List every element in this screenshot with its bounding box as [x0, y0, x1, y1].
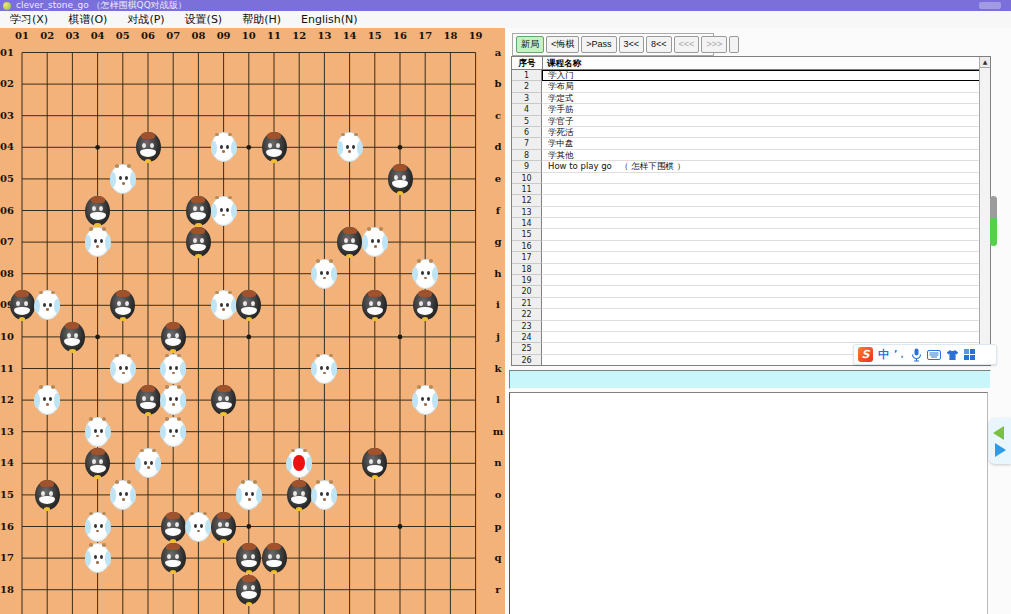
toolbar-button-新局[interactable]: 新局: [516, 36, 544, 53]
white-stone[interactable]: [161, 354, 186, 384]
app-window: clever_stone_go （怎样围棋QQ对战版） 学习(X)棋谱(O)对战…: [0, 0, 1011, 614]
course-row[interactable]: 20: [512, 286, 990, 297]
white-stone[interactable]: [211, 196, 236, 226]
course-row-name: 学入门: [542, 70, 990, 81]
course-row-number: 11: [512, 184, 542, 195]
toolbar-button-<<<[interactable]: <<<: [674, 36, 700, 53]
white-stone[interactable]: [413, 259, 438, 289]
black-stone[interactable]: [362, 448, 387, 478]
course-row[interactable]: 23: [512, 321, 990, 332]
white-stone[interactable]: [85, 543, 110, 573]
white-stone[interactable]: [413, 385, 438, 415]
white-stone[interactable]: [287, 448, 312, 478]
toolbar-button-8<<[interactable]: 8<<: [646, 36, 672, 53]
course-row-name: [542, 184, 990, 195]
course-row-number: 18: [512, 264, 542, 275]
course-row-name: 学手筋: [542, 104, 990, 115]
black-stone[interactable]: [136, 385, 161, 415]
window-title: clever_stone_go （怎样围棋QQ对战版）: [16, 0, 187, 11]
black-stone[interactable]: [110, 290, 135, 320]
menu-bar: 学习(X)棋谱(O)对战(P)设置(S)帮助(H)English(N): [0, 11, 1011, 28]
course-row-number: 4: [512, 104, 542, 115]
course-row-number: 6: [512, 127, 542, 138]
course-row-number: 12: [512, 195, 542, 206]
sogou-logo[interactable]: S: [858, 347, 873, 362]
mini-scrollbar[interactable]: [990, 196, 997, 246]
black-stone[interactable]: [262, 543, 287, 573]
course-row-name: 学其他: [542, 150, 990, 161]
course-row[interactable]: 4学手筋: [512, 104, 990, 115]
course-row-number: 1: [512, 70, 542, 81]
white-stone[interactable]: [312, 354, 337, 384]
course-row-number: 20: [512, 286, 542, 297]
white-stone[interactable]: [312, 480, 337, 510]
right-panel: 新局<悔棋>Pass3<<8<<<<<>>> 序号 课程名称 1学入门2学布局3…: [505, 28, 1011, 614]
black-stone[interactable]: [236, 575, 261, 605]
black-stone[interactable]: [186, 196, 211, 226]
white-stone[interactable]: [236, 480, 261, 510]
black-stone[interactable]: [161, 543, 186, 573]
white-stone[interactable]: [85, 227, 110, 257]
black-stone[interactable]: [136, 132, 161, 162]
course-row-name: [542, 207, 990, 218]
course-row[interactable]: 21: [512, 298, 990, 309]
course-row-name: [542, 229, 990, 240]
course-row-name: [542, 173, 990, 184]
skin-icon[interactable]: [946, 349, 959, 361]
white-stone[interactable]: [35, 290, 60, 320]
arrow-right-icon: [995, 443, 1006, 457]
title-bar: clever_stone_go （怎样围棋QQ对战版）: [0, 0, 1011, 11]
menu-item[interactable]: 棋谱(O): [58, 11, 117, 28]
message-area[interactable]: [509, 392, 988, 614]
black-stone[interactable]: [211, 385, 236, 415]
course-row-number: 23: [512, 321, 542, 332]
course-row[interactable]: 9How to play go （ 怎样下围棋 ）: [512, 161, 990, 172]
course-row-name: [542, 241, 990, 252]
course-row-name: [542, 332, 990, 343]
course-row-number: 7: [512, 138, 542, 149]
course-row-number: 10: [512, 173, 542, 184]
course-row-name: [542, 286, 990, 297]
white-stone[interactable]: [85, 417, 110, 447]
course-row[interactable]: 13: [512, 207, 990, 218]
course-row-name: 学中盘: [542, 138, 990, 149]
course-row-number: 17: [512, 252, 542, 263]
course-row[interactable]: 12: [512, 195, 990, 206]
course-row[interactable]: 7学中盘: [512, 138, 990, 149]
black-stone[interactable]: [60, 322, 85, 352]
course-row[interactable]: 16: [512, 241, 990, 252]
course-row-number: 19: [512, 275, 542, 286]
toolbar-button-3<<[interactable]: 3<<: [619, 36, 645, 53]
white-stone[interactable]: [337, 132, 362, 162]
course-row-number: 15: [512, 229, 542, 240]
course-row[interactable]: 19: [512, 275, 990, 286]
black-stone[interactable]: [262, 132, 287, 162]
course-row-name: [542, 309, 990, 320]
course-row[interactable]: 17: [512, 252, 990, 263]
course-row[interactable]: 1学入门: [512, 70, 990, 81]
course-row[interactable]: 11: [512, 184, 990, 195]
white-stone[interactable]: [186, 512, 211, 542]
course-row[interactable]: 24: [512, 332, 990, 343]
course-row-name: 学死活: [542, 127, 990, 138]
black-stone[interactable]: [362, 290, 387, 320]
black-stone[interactable]: [161, 512, 186, 542]
microphone-icon[interactable]: [911, 348, 922, 362]
menu-item[interactable]: 设置(S): [175, 11, 233, 28]
screen-edge-widget[interactable]: [989, 418, 1011, 464]
white-stone[interactable]: [110, 480, 135, 510]
course-row[interactable]: 15: [512, 229, 990, 240]
white-stone[interactable]: [85, 512, 110, 542]
menu-item[interactable]: 学习(X): [0, 11, 58, 28]
course-row-number: 22: [512, 309, 542, 320]
sogou-ime-toolbar: S 中 ’，: [853, 344, 997, 365]
course-row-name: 学布局: [542, 81, 990, 92]
course-row-name: [542, 275, 990, 286]
black-stone[interactable]: [85, 448, 110, 478]
course-table-scrollbar[interactable]: ▲ ▼: [979, 57, 990, 365]
course-row[interactable]: 5学官子: [512, 116, 990, 127]
white-stone[interactable]: [362, 227, 387, 257]
white-stone[interactable]: [312, 259, 337, 289]
course-row-name: [542, 252, 990, 263]
course-table: 序号 课程名称 1学入门2学布局3学定式4学手筋5学官子6学死活7学中盘8学其他…: [511, 56, 991, 366]
black-stone[interactable]: [287, 480, 312, 510]
toolbar-button->>>[interactable]: >>>: [701, 36, 727, 53]
input-strip[interactable]: [509, 370, 991, 389]
black-stone[interactable]: [211, 512, 236, 542]
black-stone[interactable]: [35, 480, 60, 510]
course-row-name: [542, 218, 990, 229]
menu-item[interactable]: 帮助(H): [232, 11, 291, 28]
course-row[interactable]: 14: [512, 218, 990, 229]
course-row[interactable]: 6学死活: [512, 127, 990, 138]
game-toolbar: 新局<悔棋>Pass3<<8<<<<<>>>: [512, 33, 714, 56]
app-icon: [3, 2, 11, 10]
expand-left-icon: [993, 426, 1004, 440]
course-row-number: 16: [512, 241, 542, 252]
course-row-number: 5: [512, 116, 542, 127]
toolbar-button-<悔棋[interactable]: <悔棋: [546, 36, 579, 53]
course-row-number: 24: [512, 332, 542, 343]
course-row-number: 9: [512, 161, 542, 172]
white-stone[interactable]: [35, 385, 60, 415]
course-table-header: 序号 课程名称: [512, 57, 990, 70]
white-stone[interactable]: [161, 417, 186, 447]
course-row-number: 21: [512, 298, 542, 309]
col-header-name: 课程名称: [543, 57, 990, 69]
white-stone[interactable]: [161, 385, 186, 415]
course-row-number: 8: [512, 150, 542, 161]
black-stone[interactable]: [186, 227, 211, 257]
menu-item[interactable]: 对战(P): [117, 11, 174, 28]
black-stone[interactable]: [85, 196, 110, 226]
course-row-name: [542, 321, 990, 332]
course-row-number: 2: [512, 81, 542, 92]
course-row-number: 3: [512, 93, 542, 104]
black-stone[interactable]: [236, 543, 261, 573]
course-row-number: 26: [512, 355, 542, 366]
white-stone[interactable]: [110, 164, 135, 194]
white-stone[interactable]: [211, 290, 236, 320]
soft-keyboard-icon[interactable]: [927, 350, 941, 360]
course-row[interactable]: 10: [512, 173, 990, 184]
menu-item[interactable]: English(N): [291, 11, 368, 28]
menu-grid-icon[interactable]: [964, 349, 975, 360]
black-stone[interactable]: [10, 290, 35, 320]
white-stone[interactable]: [211, 132, 236, 162]
black-stone[interactable]: [337, 227, 362, 257]
course-row-name: [542, 298, 990, 309]
course-row-name: 学定式: [542, 93, 990, 104]
go-board[interactable]: 0102030405060708091011121314151617181901…: [0, 28, 505, 614]
black-stone[interactable]: [388, 164, 413, 194]
blank-button[interactable]: [729, 36, 739, 53]
course-row-number: 14: [512, 218, 542, 229]
chinese-mode-indicator[interactable]: 中: [878, 347, 889, 362]
course-row[interactable]: 2学布局: [512, 81, 990, 92]
window-controls[interactable]: [979, 2, 1001, 9]
course-row[interactable]: 18: [512, 264, 990, 275]
col-header-number: 序号: [512, 57, 543, 69]
course-row-number: 13: [512, 207, 542, 218]
course-row[interactable]: 8学其他: [512, 150, 990, 161]
course-row[interactable]: 3学定式: [512, 93, 990, 104]
black-stone[interactable]: [161, 322, 186, 352]
course-row-name: 学官子: [542, 116, 990, 127]
toolbar-button->Pass[interactable]: >Pass: [581, 36, 616, 53]
course-row-name: [542, 264, 990, 275]
punctuation-toggle[interactable]: ’，: [894, 347, 906, 362]
course-row-name: [542, 195, 990, 206]
course-row-number: 25: [512, 343, 542, 354]
scroll-up-button[interactable]: ▲: [980, 57, 990, 68]
black-stone[interactable]: [413, 290, 438, 320]
white-stone[interactable]: [110, 354, 135, 384]
course-row-name: How to play go （ 怎样下围棋 ）: [542, 161, 990, 172]
course-table-body: 1学入门2学布局3学定式4学手筋5学官子6学死活7学中盘8学其他9How to …: [512, 70, 990, 366]
course-row[interactable]: 22: [512, 309, 990, 320]
black-stone[interactable]: [236, 290, 261, 320]
white-stone[interactable]: [136, 448, 161, 478]
